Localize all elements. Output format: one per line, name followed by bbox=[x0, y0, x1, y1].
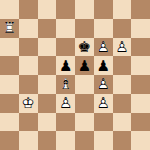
square-c4[interactable] bbox=[38, 75, 57, 94]
square-b8[interactable] bbox=[19, 0, 38, 19]
square-a8[interactable] bbox=[0, 0, 19, 19]
square-f5[interactable]: ♟ bbox=[94, 56, 113, 75]
square-e5[interactable]: ♟ bbox=[75, 56, 94, 75]
square-e1[interactable] bbox=[75, 131, 94, 150]
square-g8[interactable] bbox=[113, 0, 132, 19]
square-b7[interactable] bbox=[19, 19, 38, 38]
square-f1[interactable] bbox=[94, 131, 113, 150]
square-f3[interactable]: ♟♙ bbox=[94, 94, 113, 113]
square-a6[interactable] bbox=[0, 38, 19, 57]
piece-white-bishop[interactable]: ♝♗ bbox=[57, 75, 75, 93]
black-king-glyph: ♚ bbox=[75, 38, 93, 56]
square-h8[interactable] bbox=[131, 0, 150, 19]
square-f4[interactable]: ♟♙ bbox=[94, 75, 113, 94]
square-d4[interactable]: ♝♗ bbox=[56, 75, 75, 94]
square-h3[interactable] bbox=[131, 94, 150, 113]
piece-black-pawn[interactable]: ♟ bbox=[57, 57, 75, 75]
square-e2[interactable] bbox=[75, 113, 94, 132]
square-c7[interactable] bbox=[38, 19, 57, 38]
square-g4[interactable] bbox=[113, 75, 132, 94]
square-d1[interactable] bbox=[56, 131, 75, 150]
square-d5[interactable]: ♟ bbox=[56, 56, 75, 75]
square-h6[interactable] bbox=[131, 38, 150, 57]
square-d2[interactable] bbox=[56, 113, 75, 132]
black-pawn-glyph: ♟ bbox=[75, 57, 93, 75]
square-a7[interactable]: ♜♖ bbox=[0, 19, 19, 38]
square-f6[interactable]: ♟♙ bbox=[94, 38, 113, 57]
piece-white-pawn[interactable]: ♟♙ bbox=[113, 38, 131, 56]
square-d8[interactable] bbox=[56, 0, 75, 19]
square-h1[interactable] bbox=[131, 131, 150, 150]
square-b1[interactable] bbox=[19, 131, 38, 150]
square-c8[interactable] bbox=[38, 0, 57, 19]
square-c3[interactable] bbox=[38, 94, 57, 113]
square-f7[interactable] bbox=[94, 19, 113, 38]
square-a2[interactable] bbox=[0, 113, 19, 132]
square-g6[interactable]: ♟♙ bbox=[113, 38, 132, 57]
piece-white-king[interactable]: ♚♔ bbox=[19, 94, 37, 112]
white-pawn-outline: ♙ bbox=[94, 75, 112, 93]
square-f8[interactable] bbox=[94, 0, 113, 19]
square-b2[interactable] bbox=[19, 113, 38, 132]
square-g3[interactable] bbox=[113, 94, 132, 113]
square-e6[interactable]: ♚ bbox=[75, 38, 94, 57]
piece-white-pawn[interactable]: ♟♙ bbox=[94, 75, 112, 93]
white-pawn-outline: ♙ bbox=[94, 94, 112, 112]
square-c2[interactable] bbox=[38, 113, 57, 132]
piece-black-pawn[interactable]: ♟ bbox=[94, 57, 112, 75]
piece-white-pawn[interactable]: ♟♙ bbox=[94, 38, 112, 56]
square-b6[interactable] bbox=[19, 38, 38, 57]
square-b5[interactable] bbox=[19, 56, 38, 75]
white-king-outline: ♔ bbox=[19, 94, 37, 112]
square-g5[interactable] bbox=[113, 56, 132, 75]
square-a4[interactable] bbox=[0, 75, 19, 94]
square-b4[interactable] bbox=[19, 75, 38, 94]
piece-white-pawn[interactable]: ♟♙ bbox=[94, 94, 112, 112]
square-a5[interactable] bbox=[0, 56, 19, 75]
black-pawn-glyph: ♟ bbox=[57, 57, 75, 75]
square-a1[interactable] bbox=[0, 131, 19, 150]
square-e4[interactable] bbox=[75, 75, 94, 94]
square-h4[interactable] bbox=[131, 75, 150, 94]
square-h2[interactable] bbox=[131, 113, 150, 132]
square-g2[interactable] bbox=[113, 113, 132, 132]
square-f2[interactable] bbox=[94, 113, 113, 132]
piece-black-king[interactable]: ♚ bbox=[75, 38, 93, 56]
square-g1[interactable] bbox=[113, 131, 132, 150]
white-bishop-outline: ♗ bbox=[57, 75, 75, 93]
square-a3[interactable] bbox=[0, 94, 19, 113]
square-h7[interactable] bbox=[131, 19, 150, 38]
piece-white-pawn[interactable]: ♟♙ bbox=[57, 94, 75, 112]
square-h5[interactable] bbox=[131, 56, 150, 75]
piece-white-rook[interactable]: ♜♖ bbox=[0, 19, 18, 37]
white-pawn-outline: ♙ bbox=[57, 94, 75, 112]
white-pawn-outline: ♙ bbox=[113, 38, 131, 56]
square-c5[interactable] bbox=[38, 56, 57, 75]
white-rook-outline: ♖ bbox=[0, 19, 18, 37]
square-e8[interactable] bbox=[75, 0, 94, 19]
black-pawn-glyph: ♟ bbox=[94, 57, 112, 75]
square-g7[interactable] bbox=[113, 19, 132, 38]
square-e7[interactable] bbox=[75, 19, 94, 38]
square-d7[interactable] bbox=[56, 19, 75, 38]
square-e3[interactable] bbox=[75, 94, 94, 113]
square-c6[interactable] bbox=[38, 38, 57, 57]
chess-board: ♜♖♚♟♙♟♙♟♟♟♝♗♟♙♚♔♟♙♟♙ bbox=[0, 0, 150, 150]
square-d3[interactable]: ♟♙ bbox=[56, 94, 75, 113]
white-pawn-outline: ♙ bbox=[94, 38, 112, 56]
piece-black-pawn[interactable]: ♟ bbox=[75, 57, 93, 75]
square-d6[interactable] bbox=[56, 38, 75, 57]
square-c1[interactable] bbox=[38, 131, 57, 150]
square-b3[interactable]: ♚♔ bbox=[19, 94, 38, 113]
